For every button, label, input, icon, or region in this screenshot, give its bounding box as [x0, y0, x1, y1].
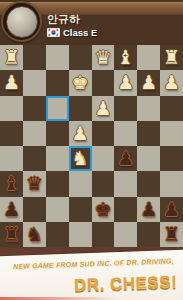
black-pawn: ♟ — [163, 200, 180, 219]
square-h2[interactable]: ♟ — [0, 70, 23, 95]
square-b8[interactable] — [137, 222, 160, 247]
square-a4[interactable] — [160, 121, 183, 146]
square-e2[interactable]: ♚ — [69, 70, 92, 95]
white-knight: ♞ — [72, 149, 89, 168]
square-h8[interactable]: ♜ — [0, 222, 23, 247]
square-d5[interactable] — [92, 146, 115, 171]
white-king: ♚ — [72, 73, 89, 92]
square-c5[interactable]: ♟ — [114, 146, 137, 171]
square-a6[interactable] — [160, 171, 183, 196]
white-pawn: ♟ — [3, 73, 20, 92]
square-e5[interactable]: ♞ — [69, 146, 92, 171]
square-c2[interactable]: ♟ — [114, 70, 137, 95]
white-rook: ♜ — [163, 48, 180, 67]
player-name: 안규하 — [47, 12, 80, 27]
white-pawn: ♟ — [163, 73, 180, 92]
square-e8[interactable] — [69, 222, 92, 247]
square-e1[interactable] — [69, 45, 92, 70]
square-f8[interactable] — [46, 222, 69, 247]
ad-banner[interactable]: NEW GAME FROM SUD INC. OF DR. DRIVING, D… — [0, 247, 183, 300]
square-d7[interactable]: ♚ — [92, 197, 115, 222]
square-h5[interactable] — [0, 146, 23, 171]
square-c4[interactable] — [114, 121, 137, 146]
app-screen: 안규하 Class E ♜♛♝♜♟♚♟♟♟♟♟♞♟♝♛♟♚♟♟♜♞♜ NEW G… — [0, 0, 183, 300]
black-pawn: ♟ — [3, 200, 20, 219]
square-g7[interactable] — [23, 197, 46, 222]
black-bishop: ♝ — [3, 174, 20, 193]
square-e7[interactable] — [69, 197, 92, 222]
square-h3[interactable] — [0, 96, 23, 121]
square-a7[interactable]: ♟ — [160, 197, 183, 222]
black-rook: ♜ — [3, 225, 20, 244]
black-pawn: ♟ — [140, 200, 157, 219]
white-rook: ♜ — [3, 48, 20, 67]
white-pawn: ♟ — [94, 99, 111, 118]
square-a3[interactable] — [160, 96, 183, 121]
square-h1[interactable]: ♜ — [0, 45, 23, 70]
square-e4[interactable]: ♟ — [69, 121, 92, 146]
south-korea-flag-icon — [47, 28, 60, 37]
black-queen: ♛ — [26, 174, 43, 193]
square-h4[interactable] — [0, 121, 23, 146]
player-avatar[interactable] — [1, 1, 42, 42]
player-header: 안규하 Class E — [0, 0, 183, 45]
square-d6[interactable] — [92, 171, 115, 196]
black-king: ♚ — [94, 200, 111, 219]
white-queen: ♛ — [94, 48, 111, 67]
square-f6[interactable] — [46, 171, 69, 196]
square-g4[interactable] — [23, 121, 46, 146]
square-d3[interactable]: ♟ — [92, 96, 115, 121]
square-c3[interactable] — [114, 96, 137, 121]
square-b6[interactable] — [137, 171, 160, 196]
square-f2[interactable] — [46, 70, 69, 95]
square-f1[interactable] — [46, 45, 69, 70]
square-c6[interactable] — [114, 171, 137, 196]
square-f7[interactable] — [46, 197, 69, 222]
square-f4[interactable] — [46, 121, 69, 146]
avatar-stone-image — [6, 6, 38, 38]
ad-title-text: DR. CHESS! — [73, 272, 177, 296]
square-f5[interactable] — [46, 146, 69, 171]
square-a8[interactable]: ♜ — [160, 222, 183, 247]
chess-board: ♜♛♝♜♟♚♟♟♟♟♟♞♟♝♛♟♚♟♟♜♞♜ — [0, 45, 183, 248]
square-b2[interactable]: ♟ — [137, 70, 160, 95]
square-d4[interactable] — [92, 121, 115, 146]
square-d2[interactable] — [92, 70, 115, 95]
square-a5[interactable] — [160, 146, 183, 171]
black-pawn: ♟ — [117, 149, 134, 168]
square-f3[interactable] — [46, 96, 69, 121]
square-h7[interactable]: ♟ — [0, 197, 23, 222]
square-g2[interactable] — [23, 70, 46, 95]
white-pawn: ♟ — [72, 124, 89, 143]
square-h6[interactable]: ♝ — [0, 171, 23, 196]
square-e3[interactable] — [69, 96, 92, 121]
square-d8[interactable] — [92, 222, 115, 247]
square-g5[interactable] — [23, 146, 46, 171]
square-c7[interactable] — [114, 197, 137, 222]
square-b7[interactable]: ♟ — [137, 197, 160, 222]
square-c1[interactable]: ♝ — [114, 45, 137, 70]
black-rook: ♜ — [163, 225, 180, 244]
white-pawn: ♟ — [117, 73, 134, 92]
square-g8[interactable]: ♞ — [23, 222, 46, 247]
square-g6[interactable]: ♛ — [23, 171, 46, 196]
white-bishop: ♝ — [117, 48, 134, 67]
square-d1[interactable]: ♛ — [92, 45, 115, 70]
square-a1[interactable]: ♜ — [160, 45, 183, 70]
player-class-badge: Class E — [63, 27, 97, 38]
white-pawn: ♟ — [140, 73, 157, 92]
square-b4[interactable] — [137, 121, 160, 146]
square-b5[interactable] — [137, 146, 160, 171]
square-b1[interactable] — [137, 45, 160, 70]
square-g1[interactable] — [23, 45, 46, 70]
square-g3[interactable] — [23, 96, 46, 121]
square-b3[interactable] — [137, 96, 160, 121]
square-c8[interactable] — [114, 222, 137, 247]
square-e6[interactable] — [69, 171, 92, 196]
square-a2[interactable]: ♟ — [160, 70, 183, 95]
black-knight: ♞ — [26, 225, 43, 244]
